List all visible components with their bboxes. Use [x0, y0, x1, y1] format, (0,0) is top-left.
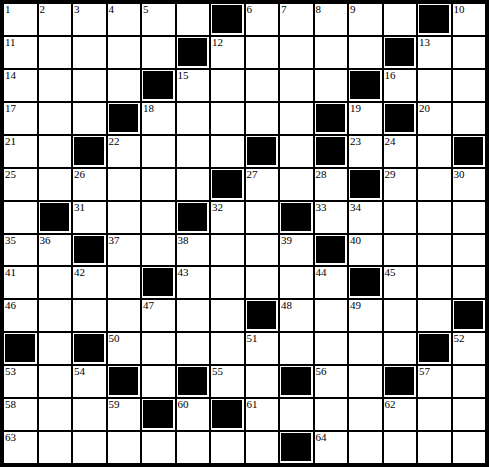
black-cell-r9c11: [349, 267, 382, 298]
cell-r6c9[interactable]: [280, 169, 313, 200]
cell-r12c2[interactable]: [39, 366, 72, 397]
cell-r9c8[interactable]: [246, 267, 279, 298]
cell-r2c3[interactable]: [73, 37, 106, 68]
cell-r11c11[interactable]: [349, 333, 382, 364]
clue-number-5: 5: [143, 4, 149, 15]
clue-number-13: 13: [419, 37, 430, 48]
cell-r14c12[interactable]: [384, 432, 417, 463]
clue-number-26: 26: [74, 169, 85, 180]
cell-r9c10[interactable]: 44: [315, 267, 348, 298]
clue-number-27: 27: [247, 169, 258, 180]
cell-r1c8[interactable]: 6: [246, 4, 279, 35]
cell-r14c1[interactable]: 63: [4, 432, 37, 463]
cell-r13c3[interactable]: [73, 399, 106, 430]
clue-number-52: 52: [454, 333, 465, 344]
cell-r7c4[interactable]: [108, 202, 141, 233]
clue-number-14: 14: [5, 70, 16, 81]
clue-number-58: 58: [5, 399, 16, 410]
cell-r12c5[interactable]: [142, 366, 175, 397]
cell-r8c13[interactable]: [418, 235, 451, 266]
clue-number-56: 56: [316, 366, 327, 377]
clue-number-21: 21: [5, 136, 16, 147]
clue-number-63: 63: [5, 432, 16, 443]
clue-number-44: 44: [316, 267, 327, 278]
cell-r13c12[interactable]: 62: [384, 399, 417, 430]
cell-r10c7[interactable]: [211, 300, 244, 331]
cell-r11c5[interactable]: [142, 333, 175, 364]
cell-r1c11[interactable]: 9: [349, 4, 382, 35]
clue-number-1: 1: [5, 4, 11, 15]
clue-number-28: 28: [316, 169, 327, 180]
clue-number-19: 19: [350, 103, 361, 114]
cell-r9c6[interactable]: 43: [177, 267, 210, 298]
cell-r11c7[interactable]: [211, 333, 244, 364]
cell-r2c9[interactable]: [280, 37, 313, 68]
cell-r14c5[interactable]: [142, 432, 175, 463]
cell-r12c11[interactable]: [349, 366, 382, 397]
cell-r5c7[interactable]: [211, 136, 244, 167]
cell-r8c6[interactable]: 38: [177, 235, 210, 266]
cell-r11c2[interactable]: [39, 333, 72, 364]
clue-number-46: 46: [5, 300, 16, 311]
clue-number-33: 33: [316, 202, 327, 213]
cell-r6c2[interactable]: [39, 169, 72, 200]
cell-r9c2[interactable]: [39, 267, 72, 298]
cell-r4c14[interactable]: [453, 103, 486, 134]
cell-r7c13[interactable]: [418, 202, 451, 233]
black-cell-r2c12: [384, 37, 417, 68]
cell-r5c4[interactable]: 22: [108, 136, 141, 167]
crossword-grid: 1234567891011121314151617181920212223242…: [0, 0, 489, 467]
cell-r10c2[interactable]: [39, 300, 72, 331]
cell-r9c14[interactable]: [453, 267, 486, 298]
cell-r8c5[interactable]: [142, 235, 175, 266]
clue-number-24: 24: [385, 136, 396, 147]
clue-number-61: 61: [247, 399, 258, 410]
cell-r7c1[interactable]: [4, 202, 37, 233]
cell-r9c12[interactable]: 45: [384, 267, 417, 298]
cell-r9c3[interactable]: 42: [73, 267, 106, 298]
cell-r3c13[interactable]: [418, 70, 451, 101]
cell-r12c3[interactable]: 54: [73, 366, 106, 397]
clue-number-4: 4: [109, 4, 115, 15]
cell-r13c13[interactable]: [418, 399, 451, 430]
cell-r13c9[interactable]: [280, 399, 313, 430]
black-cell-r8c3: [73, 235, 106, 266]
clue-number-37: 37: [109, 235, 120, 246]
cell-r6c10[interactable]: 28: [315, 169, 348, 200]
cell-r14c2[interactable]: [39, 432, 72, 463]
cell-r3c8[interactable]: [246, 70, 279, 101]
cell-r14c6[interactable]: [177, 432, 210, 463]
cell-r3c12[interactable]: 16: [384, 70, 417, 101]
cell-r5c11[interactable]: 23: [349, 136, 382, 167]
cell-r2c11[interactable]: [349, 37, 382, 68]
cell-r11c9[interactable]: [280, 333, 313, 364]
black-cell-r12c9: [280, 366, 313, 397]
cell-r7c3[interactable]: 31: [73, 202, 106, 233]
black-cell-r11c3: [73, 333, 106, 364]
cell-r2c14[interactable]: [453, 37, 486, 68]
black-cell-r1c13: [418, 4, 451, 35]
cell-r4c9[interactable]: [280, 103, 313, 134]
cell-r9c13[interactable]: [418, 267, 451, 298]
black-cell-r13c7: [211, 399, 244, 430]
cell-r11c8[interactable]: 51: [246, 333, 279, 364]
clue-number-34: 34: [350, 202, 361, 213]
clue-number-45: 45: [385, 267, 396, 278]
cell-r3c1[interactable]: 14: [4, 70, 37, 101]
black-cell-r8c10: [315, 235, 348, 266]
cell-r4c5[interactable]: 18: [142, 103, 175, 134]
cell-r12c14[interactable]: [453, 366, 486, 397]
clue-number-38: 38: [178, 235, 189, 246]
clue-number-59: 59: [109, 399, 120, 410]
cell-r14c8[interactable]: [246, 432, 279, 463]
cell-r6c13[interactable]: [418, 169, 451, 200]
black-cell-r12c12: [384, 366, 417, 397]
cell-r14c4[interactable]: [108, 432, 141, 463]
cell-r7c14[interactable]: [453, 202, 486, 233]
clue-number-39: 39: [281, 235, 292, 246]
cell-r1c12[interactable]: [384, 4, 417, 35]
clue-number-35: 35: [5, 235, 16, 246]
cell-r10c6[interactable]: [177, 300, 210, 331]
cell-r10c3[interactable]: [73, 300, 106, 331]
cell-r5c2[interactable]: [39, 136, 72, 167]
cell-r6c3[interactable]: 26: [73, 169, 106, 200]
cell-r13c2[interactable]: [39, 399, 72, 430]
black-cell-r4c12: [384, 103, 417, 134]
cell-r13c8[interactable]: 61: [246, 399, 279, 430]
cell-r12c7[interactable]: 55: [211, 366, 244, 397]
clue-number-40: 40: [350, 235, 361, 246]
cell-r8c2[interactable]: 36: [39, 235, 72, 266]
black-cell-r7c9: [280, 202, 313, 233]
cell-r1c9[interactable]: 7: [280, 4, 313, 35]
clue-number-43: 43: [178, 267, 189, 278]
cell-r3c14[interactable]: [453, 70, 486, 101]
cell-r12c10[interactable]: 56: [315, 366, 348, 397]
cell-r11c12[interactable]: [384, 333, 417, 364]
cell-r11c4[interactable]: 50: [108, 333, 141, 364]
cell-r4c6[interactable]: [177, 103, 210, 134]
cell-r3c3[interactable]: [73, 70, 106, 101]
cell-r10c5[interactable]: 47: [142, 300, 175, 331]
clue-number-47: 47: [143, 300, 154, 311]
clue-number-8: 8: [316, 4, 322, 15]
black-cell-r5c3: [73, 136, 106, 167]
cell-r8c8[interactable]: [246, 235, 279, 266]
clue-number-53: 53: [5, 366, 16, 377]
cell-r9c4[interactable]: [108, 267, 141, 298]
clue-number-3: 3: [74, 4, 80, 15]
cell-r14c3[interactable]: [73, 432, 106, 463]
cell-r5c12[interactable]: 24: [384, 136, 417, 167]
black-cell-r11c13: [418, 333, 451, 364]
cell-r11c14[interactable]: 52: [453, 333, 486, 364]
cell-r14c14[interactable]: [453, 432, 486, 463]
clue-number-36: 36: [40, 235, 51, 246]
black-cell-r6c11: [349, 169, 382, 200]
cell-r8c9[interactable]: 39: [280, 235, 313, 266]
clue-number-29: 29: [385, 169, 396, 180]
cell-r2c4[interactable]: [108, 37, 141, 68]
black-cell-r14c9: [280, 432, 313, 463]
cell-r2c1[interactable]: 11: [4, 37, 37, 68]
cell-r10c9[interactable]: 48: [280, 300, 313, 331]
cell-r13c11[interactable]: [349, 399, 382, 430]
cell-r2c2[interactable]: [39, 37, 72, 68]
clue-number-9: 9: [350, 4, 356, 15]
cell-r12c8[interactable]: [246, 366, 279, 397]
clue-number-42: 42: [74, 267, 85, 278]
black-cell-r12c4: [108, 366, 141, 397]
clue-number-10: 10: [454, 4, 465, 15]
cell-r14c13[interactable]: [418, 432, 451, 463]
cell-r2c5[interactable]: [142, 37, 175, 68]
clue-number-25: 25: [5, 169, 16, 180]
cell-r1c1[interactable]: 1: [4, 4, 37, 35]
clue-number-50: 50: [109, 333, 120, 344]
clue-number-22: 22: [109, 136, 120, 147]
cell-r7c5[interactable]: [142, 202, 175, 233]
cell-r8c12[interactable]: [384, 235, 417, 266]
clue-number-17: 17: [5, 103, 16, 114]
cell-r5c9[interactable]: [280, 136, 313, 167]
clue-number-6: 6: [247, 4, 253, 15]
clue-number-20: 20: [419, 103, 430, 114]
cell-r4c8[interactable]: [246, 103, 279, 134]
black-cell-r7c2: [39, 202, 72, 233]
cell-r6c8[interactable]: 27: [246, 169, 279, 200]
cell-r7c8[interactable]: [246, 202, 279, 233]
black-cell-r9c5: [142, 267, 175, 298]
cell-r2c7[interactable]: 12: [211, 37, 244, 68]
cell-r9c7[interactable]: [211, 267, 244, 298]
black-cell-r10c8: [246, 300, 279, 331]
clue-number-18: 18: [143, 103, 154, 114]
cell-r1c14[interactable]: 10: [453, 4, 486, 35]
cell-r4c7[interactable]: [211, 103, 244, 134]
cell-r1c2[interactable]: 2: [39, 4, 72, 35]
black-cell-r12c6: [177, 366, 210, 397]
cell-r4c1[interactable]: 17: [4, 103, 37, 134]
cell-r5c5[interactable]: [142, 136, 175, 167]
cell-r5c13[interactable]: [418, 136, 451, 167]
cell-r6c12[interactable]: 29: [384, 169, 417, 200]
cell-r7c7[interactable]: 32: [211, 202, 244, 233]
cell-r11c10[interactable]: [315, 333, 348, 364]
cell-r3c4[interactable]: [108, 70, 141, 101]
cell-r11c6[interactable]: [177, 333, 210, 364]
black-cell-r1c7: [211, 4, 244, 35]
black-cell-r2c6: [177, 37, 210, 68]
cell-r12c1[interactable]: 53: [4, 366, 37, 397]
clue-number-12: 12: [212, 37, 223, 48]
cell-r14c10[interactable]: 64: [315, 432, 348, 463]
clue-number-7: 7: [281, 4, 287, 15]
cell-r10c11[interactable]: 49: [349, 300, 382, 331]
clue-number-23: 23: [350, 136, 361, 147]
cell-r5c6[interactable]: [177, 136, 210, 167]
cell-r10c4[interactable]: [108, 300, 141, 331]
cell-r6c6[interactable]: [177, 169, 210, 200]
black-cell-r3c5: [142, 70, 175, 101]
cell-r8c7[interactable]: [211, 235, 244, 266]
clue-number-2: 2: [40, 4, 46, 15]
cell-r12c13[interactable]: 57: [418, 366, 451, 397]
cell-r4c13[interactable]: 20: [418, 103, 451, 134]
cell-r7c12[interactable]: [384, 202, 417, 233]
clue-number-48: 48: [281, 300, 292, 311]
black-cell-r7c6: [177, 202, 210, 233]
black-cell-r13c5: [142, 399, 175, 430]
cell-r3c10[interactable]: [315, 70, 348, 101]
cell-r5c1[interactable]: 21: [4, 136, 37, 167]
cell-r10c13[interactable]: [418, 300, 451, 331]
clue-number-30: 30: [454, 169, 465, 180]
cell-r1c5[interactable]: 5: [142, 4, 175, 35]
clue-number-16: 16: [385, 70, 396, 81]
cell-r8c4[interactable]: 37: [108, 235, 141, 266]
cell-r2c13[interactable]: 13: [418, 37, 451, 68]
clue-number-31: 31: [74, 202, 85, 213]
clue-number-57: 57: [419, 366, 430, 377]
cell-r10c12[interactable]: [384, 300, 417, 331]
black-cell-r4c4: [108, 103, 141, 134]
cell-r4c11[interactable]: 19: [349, 103, 382, 134]
cell-r10c10[interactable]: [315, 300, 348, 331]
cell-r3c2[interactable]: [39, 70, 72, 101]
black-cell-r6c7: [211, 169, 244, 200]
cell-r8c14[interactable]: [453, 235, 486, 266]
clue-number-41: 41: [5, 267, 16, 278]
cell-r6c4[interactable]: [108, 169, 141, 200]
clue-number-11: 11: [5, 37, 16, 48]
black-cell-r11c1: [4, 333, 37, 364]
cell-r1c3[interactable]: 3: [73, 4, 106, 35]
clue-number-62: 62: [385, 399, 396, 410]
cell-r7c10[interactable]: 33: [315, 202, 348, 233]
black-cell-r3c11: [349, 70, 382, 101]
black-cell-r5c14: [453, 136, 486, 167]
cell-r13c4[interactable]: 59: [108, 399, 141, 430]
cell-r13c1[interactable]: 58: [4, 399, 37, 430]
clue-number-15: 15: [178, 70, 189, 81]
cell-r1c10[interactable]: 8: [315, 4, 348, 35]
cell-r2c10[interactable]: [315, 37, 348, 68]
clue-number-55: 55: [212, 366, 223, 377]
clue-number-32: 32: [212, 202, 223, 213]
clue-number-51: 51: [247, 333, 258, 344]
clue-number-54: 54: [74, 366, 85, 377]
black-cell-r4c10: [315, 103, 348, 134]
cell-r13c10[interactable]: [315, 399, 348, 430]
cell-r9c9[interactable]: [280, 267, 313, 298]
clue-number-49: 49: [350, 300, 361, 311]
cell-r7c11[interactable]: 34: [349, 202, 382, 233]
black-cell-r5c8: [246, 136, 279, 167]
cell-r1c6[interactable]: [177, 4, 210, 35]
black-cell-r5c10: [315, 136, 348, 167]
cell-r6c5[interactable]: [142, 169, 175, 200]
cell-r14c7[interactable]: [211, 432, 244, 463]
cell-r1c4[interactable]: 4: [108, 4, 141, 35]
cell-r4c3[interactable]: [73, 103, 106, 134]
cell-r3c6[interactable]: 15: [177, 70, 210, 101]
cell-r3c9[interactable]: [280, 70, 313, 101]
cell-r8c11[interactable]: 40: [349, 235, 382, 266]
cell-r4c2[interactable]: [39, 103, 72, 134]
cell-r13c6[interactable]: 60: [177, 399, 210, 430]
cell-r9c1[interactable]: 41: [4, 267, 37, 298]
cell-r13c14[interactable]: [453, 399, 486, 430]
cell-r6c1[interactable]: 25: [4, 169, 37, 200]
clue-number-60: 60: [178, 399, 189, 410]
cell-r8c1[interactable]: 35: [4, 235, 37, 266]
cell-r2c8[interactable]: [246, 37, 279, 68]
clue-number-64: 64: [316, 432, 327, 443]
cell-r10c1[interactable]: 46: [4, 300, 37, 331]
cell-r3c7[interactable]: [211, 70, 244, 101]
cell-r6c14[interactable]: 30: [453, 169, 486, 200]
black-cell-r10c14: [453, 300, 486, 331]
cell-r14c11[interactable]: [349, 432, 382, 463]
